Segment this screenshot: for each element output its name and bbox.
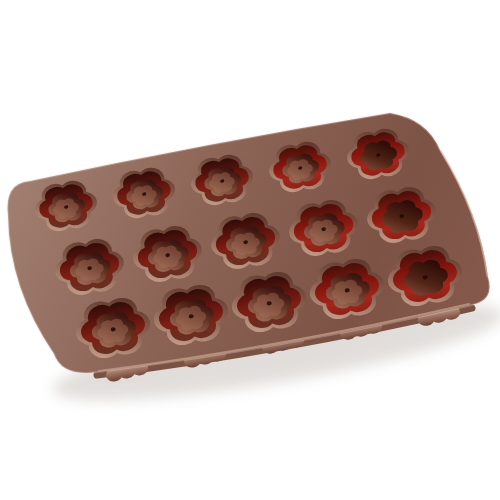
product-photo — [0, 0, 500, 500]
chocolate-mold-image — [0, 0, 500, 500]
